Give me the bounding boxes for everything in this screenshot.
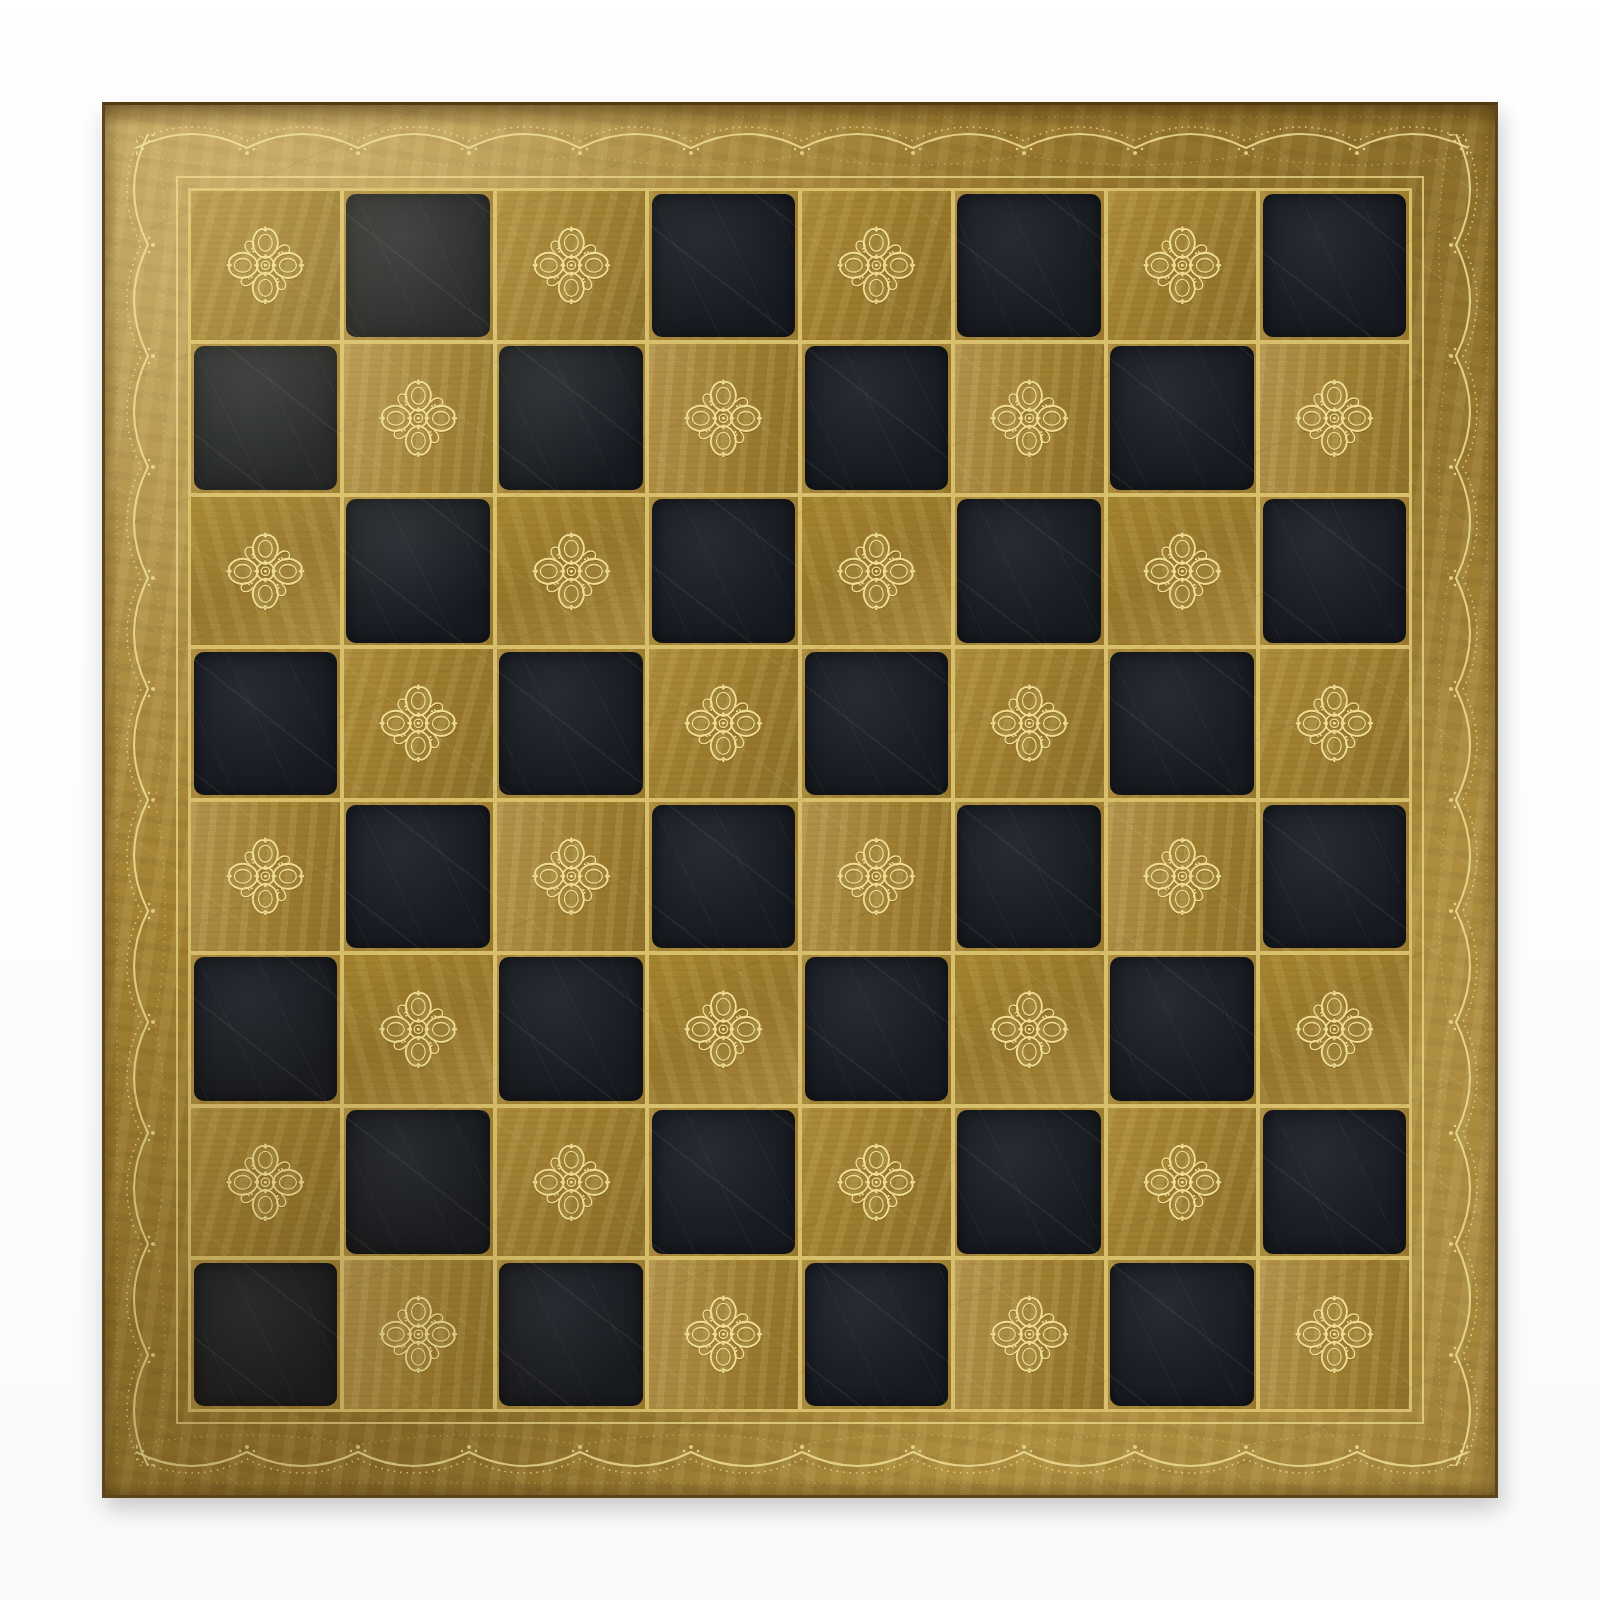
dark-square-paint: [194, 957, 338, 1101]
dark-square-paint: [1110, 1263, 1254, 1407]
square-d5[interactable]: [649, 649, 798, 798]
quatrefoil-medallion-icon: [523, 217, 620, 314]
square-b6[interactable]: [344, 497, 493, 646]
quatrefoil-medallion-icon: [370, 370, 467, 467]
dark-square-paint: [194, 346, 338, 490]
square-f8[interactable]: [955, 191, 1104, 340]
square-h3[interactable]: [1260, 955, 1409, 1104]
square-c5[interactable]: [497, 649, 646, 798]
square-h2[interactable]: [1260, 1108, 1409, 1257]
square-g5[interactable]: [1108, 649, 1257, 798]
quatrefoil-medallion-icon: [675, 675, 772, 772]
dark-square-paint: [1263, 499, 1407, 643]
quatrefoil-medallion-icon: [217, 217, 314, 314]
dark-square-paint: [1263, 1110, 1407, 1254]
square-f7[interactable]: [955, 344, 1104, 493]
square-c8[interactable]: [497, 191, 646, 340]
square-h5[interactable]: [1260, 649, 1409, 798]
square-d2[interactable]: [649, 1108, 798, 1257]
quatrefoil-medallion-icon: [981, 370, 1078, 467]
square-g7[interactable]: [1108, 344, 1257, 493]
quatrefoil-medallion-icon: [1286, 675, 1383, 772]
square-d4[interactable]: [649, 802, 798, 951]
quatrefoil-medallion-icon: [370, 1286, 467, 1383]
square-f3[interactable]: [955, 955, 1104, 1104]
quatrefoil-medallion-icon: [981, 981, 1078, 1078]
quatrefoil-medallion-icon: [370, 981, 467, 1078]
square-c2[interactable]: [497, 1108, 646, 1257]
dark-square-paint: [1263, 805, 1407, 949]
square-f1[interactable]: [955, 1260, 1104, 1409]
square-e3[interactable]: [802, 955, 951, 1104]
quatrefoil-medallion-icon: [1286, 370, 1383, 467]
square-c3[interactable]: [497, 955, 646, 1104]
square-h7[interactable]: [1260, 344, 1409, 493]
quatrefoil-medallion-icon: [828, 217, 925, 314]
square-g8[interactable]: [1108, 191, 1257, 340]
border-ornament-bottom: [136, 1431, 1468, 1485]
square-b3[interactable]: [344, 955, 493, 1104]
square-d8[interactable]: [649, 191, 798, 340]
border-ornament-top: [136, 115, 1468, 169]
dark-square-paint: [805, 957, 949, 1101]
square-a8[interactable]: [191, 191, 340, 340]
dark-square-paint: [805, 652, 949, 796]
square-b1[interactable]: [344, 1260, 493, 1409]
dark-square-paint: [1110, 346, 1254, 490]
square-h8[interactable]: [1260, 191, 1409, 340]
quatrefoil-medallion-icon: [217, 523, 314, 620]
square-a7[interactable]: [191, 344, 340, 493]
dark-square-paint: [194, 652, 338, 796]
dark-square-paint: [957, 499, 1101, 643]
quatrefoil-medallion-icon: [1134, 828, 1231, 925]
quatrefoil-medallion-icon: [981, 1286, 1078, 1383]
square-g4[interactable]: [1108, 802, 1257, 951]
square-f2[interactable]: [955, 1108, 1104, 1257]
dark-square-paint: [499, 1263, 643, 1407]
square-f5[interactable]: [955, 649, 1104, 798]
square-a6[interactable]: [191, 497, 340, 646]
square-b4[interactable]: [344, 802, 493, 951]
square-e2[interactable]: [802, 1108, 951, 1257]
square-a3[interactable]: [191, 955, 340, 1104]
dark-square-paint: [346, 499, 490, 643]
square-e7[interactable]: [802, 344, 951, 493]
square-b2[interactable]: [344, 1108, 493, 1257]
quatrefoil-medallion-icon: [675, 370, 772, 467]
square-g6[interactable]: [1108, 497, 1257, 646]
dark-square-paint: [499, 957, 643, 1101]
square-d6[interactable]: [649, 497, 798, 646]
square-b7[interactable]: [344, 344, 493, 493]
square-b5[interactable]: [344, 649, 493, 798]
chessboard: [102, 102, 1498, 1498]
dark-square-paint: [652, 499, 796, 643]
square-e4[interactable]: [802, 802, 951, 951]
dark-square-paint: [499, 346, 643, 490]
dark-square-paint: [957, 805, 1101, 949]
board-grid: [188, 188, 1412, 1412]
quatrefoil-medallion-icon: [1134, 523, 1231, 620]
square-a1[interactable]: [191, 1260, 340, 1409]
dark-square-paint: [346, 805, 490, 949]
quatrefoil-medallion-icon: [1134, 1134, 1231, 1231]
square-h1[interactable]: [1260, 1260, 1409, 1409]
square-d7[interactable]: [649, 344, 798, 493]
square-h6[interactable]: [1260, 497, 1409, 646]
border-ornament-right: [1435, 134, 1489, 1466]
square-d3[interactable]: [649, 955, 798, 1104]
dark-square-paint: [652, 194, 796, 338]
square-g2[interactable]: [1108, 1108, 1257, 1257]
square-h4[interactable]: [1260, 802, 1409, 951]
dark-square-paint: [346, 194, 490, 338]
square-c1[interactable]: [497, 1260, 646, 1409]
dark-square-paint: [1263, 194, 1407, 338]
quatrefoil-medallion-icon: [370, 675, 467, 772]
square-a5[interactable]: [191, 649, 340, 798]
square-c7[interactable]: [497, 344, 646, 493]
quatrefoil-medallion-icon: [523, 1134, 620, 1231]
square-e5[interactable]: [802, 649, 951, 798]
dark-square-paint: [346, 1110, 490, 1254]
quatrefoil-medallion-icon: [1286, 981, 1383, 1078]
photo-background: [0, 0, 1600, 1600]
dark-square-paint: [957, 194, 1101, 338]
square-c4[interactable]: [497, 802, 646, 951]
square-a4[interactable]: [191, 802, 340, 951]
square-a2[interactable]: [191, 1108, 340, 1257]
square-e8[interactable]: [802, 191, 951, 340]
square-b8[interactable]: [344, 191, 493, 340]
square-c6[interactable]: [497, 497, 646, 646]
quatrefoil-medallion-icon: [981, 675, 1078, 772]
square-g1[interactable]: [1108, 1260, 1257, 1409]
square-f6[interactable]: [955, 497, 1104, 646]
quatrefoil-medallion-icon: [1134, 217, 1231, 314]
dark-square-paint: [499, 652, 643, 796]
quatrefoil-medallion-icon: [217, 828, 314, 925]
quatrefoil-medallion-icon: [828, 523, 925, 620]
square-g3[interactable]: [1108, 955, 1257, 1104]
quatrefoil-medallion-icon: [523, 523, 620, 620]
dark-square-paint: [194, 1263, 338, 1407]
quatrefoil-medallion-icon: [523, 828, 620, 925]
square-e1[interactable]: [802, 1260, 951, 1409]
dark-square-paint: [652, 1110, 796, 1254]
dark-square-paint: [1110, 957, 1254, 1101]
border-ornament-left: [115, 134, 169, 1466]
quatrefoil-medallion-icon: [675, 981, 772, 1078]
square-d1[interactable]: [649, 1260, 798, 1409]
dark-square-paint: [652, 805, 796, 949]
dark-square-paint: [957, 1110, 1101, 1254]
square-f4[interactable]: [955, 802, 1104, 951]
quatrefoil-medallion-icon: [217, 1134, 314, 1231]
quatrefoil-medallion-icon: [828, 1134, 925, 1231]
quatrefoil-medallion-icon: [675, 1286, 772, 1383]
quatrefoil-medallion-icon: [1286, 1286, 1383, 1383]
square-e6[interactable]: [802, 497, 951, 646]
dark-square-paint: [805, 1263, 949, 1407]
dark-square-paint: [805, 346, 949, 490]
quatrefoil-medallion-icon: [828, 828, 925, 925]
dark-square-paint: [1110, 652, 1254, 796]
